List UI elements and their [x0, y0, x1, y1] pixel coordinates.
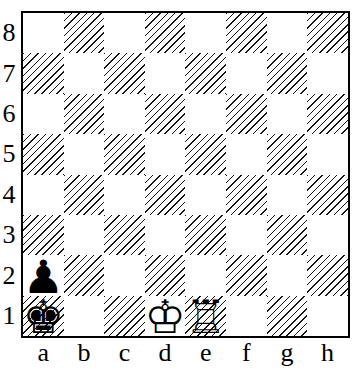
square-h6[interactable]: [307, 94, 348, 134]
square-d3[interactable]: [145, 215, 186, 255]
piece-white-king[interactable]: ♔: [144, 294, 185, 340]
square-f1[interactable]: [226, 296, 267, 336]
square-b7[interactable]: [64, 53, 105, 93]
rank-label-1: 1: [0, 296, 18, 336]
square-h3[interactable]: [307, 215, 348, 255]
square-f3[interactable]: [226, 215, 267, 255]
square-b1[interactable]: [64, 296, 105, 336]
rank-label-7: 7: [0, 53, 18, 93]
square-c1[interactable]: [104, 296, 145, 336]
file-label-g: g: [267, 339, 308, 367]
square-c8[interactable]: [104, 13, 145, 53]
square-f5[interactable]: [226, 134, 267, 174]
square-d6[interactable]: [145, 94, 186, 134]
file-label-a: a: [23, 339, 64, 367]
square-a6[interactable]: [23, 94, 64, 134]
rank-label-4: 4: [0, 175, 18, 215]
square-c2[interactable]: [104, 255, 145, 295]
rank-label-5: 5: [0, 134, 18, 174]
file-label-d: d: [145, 339, 186, 367]
square-g3[interactable]: [267, 215, 308, 255]
piece-white-rook[interactable]: ♖: [185, 294, 226, 340]
square-e4[interactable]: [185, 175, 226, 215]
square-e6[interactable]: [185, 94, 226, 134]
square-e7[interactable]: [185, 53, 226, 93]
square-h8[interactable]: [307, 13, 348, 53]
square-c3[interactable]: [104, 215, 145, 255]
square-h4[interactable]: [307, 175, 348, 215]
square-b4[interactable]: [64, 175, 105, 215]
rank-label-3: 3: [0, 215, 18, 255]
square-d8[interactable]: [145, 13, 186, 53]
square-b2[interactable]: [64, 255, 105, 295]
square-b6[interactable]: [64, 94, 105, 134]
square-g5[interactable]: [267, 134, 308, 174]
square-c7[interactable]: [104, 53, 145, 93]
square-h5[interactable]: [307, 134, 348, 174]
square-e1[interactable]: ♖: [185, 296, 226, 336]
square-c5[interactable]: [104, 134, 145, 174]
square-d5[interactable]: [145, 134, 186, 174]
square-c4[interactable]: [104, 175, 145, 215]
square-g4[interactable]: [267, 175, 308, 215]
square-f2[interactable]: [226, 255, 267, 295]
square-e8[interactable]: [185, 13, 226, 53]
square-a1[interactable]: ♚: [23, 296, 64, 336]
chess-board: ♟♚♔♖: [21, 11, 350, 338]
file-label-e: e: [185, 339, 226, 367]
file-label-b: b: [64, 339, 105, 367]
square-g1[interactable]: [267, 296, 308, 336]
square-a8[interactable]: [23, 13, 64, 53]
square-g6[interactable]: [267, 94, 308, 134]
rank-label-8: 8: [0, 13, 18, 53]
rank-label-2: 2: [0, 255, 18, 295]
square-h1[interactable]: [307, 296, 348, 336]
square-a4[interactable]: [23, 175, 64, 215]
square-h7[interactable]: [307, 53, 348, 93]
square-e5[interactable]: [185, 134, 226, 174]
square-b8[interactable]: [64, 13, 105, 53]
square-a7[interactable]: [23, 53, 64, 93]
square-h2[interactable]: [307, 255, 348, 295]
square-d4[interactable]: [145, 175, 186, 215]
square-c6[interactable]: [104, 94, 145, 134]
chess-diagram: ♟♚♔♖ 87654321 abcdefgh: [0, 0, 356, 368]
rank-label-6: 6: [0, 94, 18, 134]
square-a5[interactable]: [23, 134, 64, 174]
square-f8[interactable]: [226, 13, 267, 53]
square-d1[interactable]: ♔: [145, 296, 186, 336]
square-f6[interactable]: [226, 94, 267, 134]
square-f7[interactable]: [226, 53, 267, 93]
square-f4[interactable]: [226, 175, 267, 215]
square-d7[interactable]: [145, 53, 186, 93]
piece-black-king[interactable]: ♚: [23, 294, 64, 340]
file-label-h: h: [307, 339, 348, 367]
square-g8[interactable]: [267, 13, 308, 53]
square-b5[interactable]: [64, 134, 105, 174]
file-label-c: c: [104, 339, 145, 367]
square-g2[interactable]: [267, 255, 308, 295]
file-label-f: f: [226, 339, 267, 367]
square-e3[interactable]: [185, 215, 226, 255]
square-g7[interactable]: [267, 53, 308, 93]
square-b3[interactable]: [64, 215, 105, 255]
